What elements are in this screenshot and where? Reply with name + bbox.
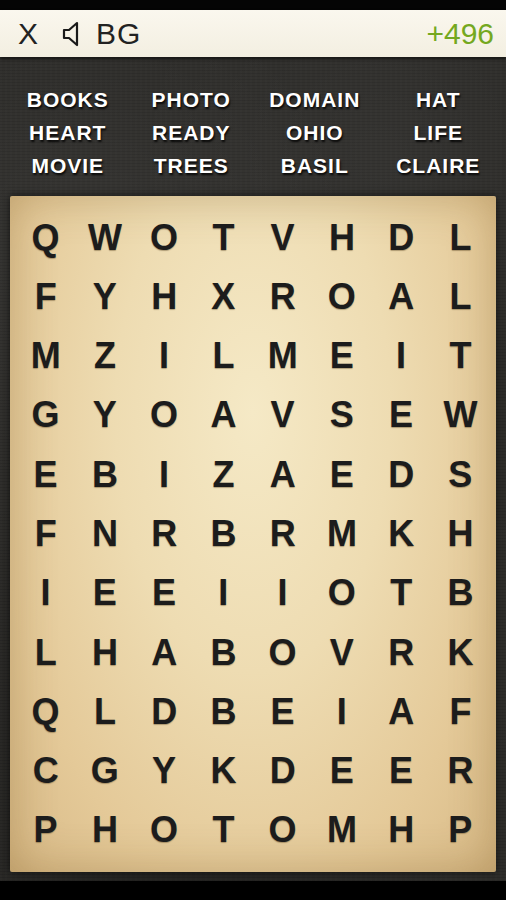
grid-cell-r4c7[interactable]: E (372, 386, 431, 445)
word-domain: DOMAIN (269, 88, 360, 112)
grid-cell-r8c3[interactable]: A (135, 623, 194, 682)
app-screen: X BG +496 BOOKSPHOTODOMAINHATHEARTREADYO… (0, 0, 506, 900)
grid-cell-r1c6[interactable]: H (312, 208, 371, 267)
grid-cell-r1c5[interactable]: V (253, 208, 312, 267)
grid-cell-r8c2[interactable]: H (75, 623, 134, 682)
close-button[interactable]: X (12, 17, 44, 51)
grid-cell-r9c3[interactable]: D (135, 682, 194, 741)
game-stage: BOOKSPHOTODOMAINHATHEARTREADYOHIOLIFEMOV… (0, 57, 506, 881)
grid-cell-r9c2[interactable]: L (75, 682, 134, 741)
grid-cell-r7c4[interactable]: I (194, 564, 253, 623)
grid-cell-r11c3[interactable]: O (135, 801, 194, 860)
grid-cell-r6c5[interactable]: R (253, 504, 312, 563)
grid-cell-r5c1[interactable]: E (16, 445, 75, 504)
grid-cell-r6c2[interactable]: N (75, 504, 134, 563)
grid-cell-r3c3[interactable]: I (135, 327, 194, 386)
grid-cell-r1c4[interactable]: T (194, 208, 253, 267)
grid-cell-r9c6[interactable]: I (312, 682, 371, 741)
grid-cell-r3c6[interactable]: E (312, 327, 371, 386)
grid-cell-r4c3[interactable]: O (135, 386, 194, 445)
status-bar (0, 0, 506, 10)
grid-cell-r10c4[interactable]: K (194, 741, 253, 800)
grid-cell-r4c2[interactable]: Y (75, 386, 134, 445)
grid-cell-r4c8[interactable]: W (431, 386, 490, 445)
grid-cell-r6c1[interactable]: F (16, 504, 75, 563)
grid-cell-r7c8[interactable]: B (431, 564, 490, 623)
grid-cell-r4c1[interactable]: G (16, 386, 75, 445)
grid-cell-r10c7[interactable]: E (372, 741, 431, 800)
score-badge: +496 (426, 17, 494, 51)
grid-cell-r8c7[interactable]: R (372, 623, 431, 682)
grid-cell-r5c5[interactable]: A (253, 445, 312, 504)
grid-cell-r2c6[interactable]: O (312, 267, 371, 326)
grid-cell-r10c3[interactable]: Y (135, 741, 194, 800)
grid-cell-r6c4[interactable]: B (194, 504, 253, 563)
grid-cell-r7c2[interactable]: E (75, 564, 134, 623)
grid-cell-r5c4[interactable]: Z (194, 445, 253, 504)
grid-cell-r5c8[interactable]: S (431, 445, 490, 504)
speaker-icon[interactable] (54, 18, 86, 50)
bottom-nav-bar (0, 881, 506, 900)
grid-cell-r2c1[interactable]: F (16, 267, 75, 326)
grid-cell-r7c3[interactable]: E (135, 564, 194, 623)
word-hat: HAT (416, 88, 461, 112)
grid-cell-r8c4[interactable]: B (194, 623, 253, 682)
grid-cell-r5c7[interactable]: D (372, 445, 431, 504)
grid-cell-r3c1[interactable]: M (16, 327, 75, 386)
grid-cell-r3c8[interactable]: T (431, 327, 490, 386)
grid-cell-r10c2[interactable]: G (75, 741, 134, 800)
word-heart: HEART (29, 121, 106, 145)
grid-cell-r5c2[interactable]: B (75, 445, 134, 504)
grid-cell-r9c1[interactable]: Q (16, 682, 75, 741)
grid-cell-r1c7[interactable]: D (372, 208, 431, 267)
grid-cell-r3c5[interactable]: M (253, 327, 312, 386)
grid-cell-r7c5[interactable]: I (253, 564, 312, 623)
grid-cell-r9c5[interactable]: E (253, 682, 312, 741)
top-bar: X BG +496 (0, 10, 506, 57)
grid-cell-r7c6[interactable]: O (312, 564, 371, 623)
grid-cell-r7c1[interactable]: I (16, 564, 75, 623)
title-label: BG (96, 17, 141, 51)
grid-cell-r8c5[interactable]: O (253, 623, 312, 682)
grid-cell-r10c8[interactable]: R (431, 741, 490, 800)
letter-grid: QWOTVHDLFYHXROALMZILMEITGYOAVSEWEBIZAEDS… (10, 196, 496, 872)
grid-cell-r11c6[interactable]: M (312, 801, 371, 860)
grid-cell-r6c3[interactable]: R (135, 504, 194, 563)
grid-cell-r11c4[interactable]: T (194, 801, 253, 860)
grid-cell-r6c6[interactable]: M (312, 504, 371, 563)
grid-cell-r3c4[interactable]: L (194, 327, 253, 386)
grid-cell-r10c1[interactable]: C (16, 741, 75, 800)
grid-cell-r9c8[interactable]: F (431, 682, 490, 741)
grid-cell-r11c7[interactable]: H (372, 801, 431, 860)
grid-cell-r3c2[interactable]: Z (75, 327, 134, 386)
grid-cell-r5c6[interactable]: E (312, 445, 371, 504)
grid-cell-r8c8[interactable]: K (431, 623, 490, 682)
grid-cell-r4c4[interactable]: A (194, 386, 253, 445)
word-ohio: OHIO (286, 121, 344, 145)
grid-cell-r10c5[interactable]: D (253, 741, 312, 800)
word-life: LIFE (414, 121, 464, 145)
grid-cell-r11c2[interactable]: H (75, 801, 134, 860)
grid-cell-r5c3[interactable]: I (135, 445, 194, 504)
grid-cell-r9c7[interactable]: A (372, 682, 431, 741)
grid-cell-r2c5[interactable]: R (253, 267, 312, 326)
grid-cell-r8c6[interactable]: V (312, 623, 371, 682)
grid-cell-r11c1[interactable]: P (16, 801, 75, 860)
grid-cell-r1c3[interactable]: O (135, 208, 194, 267)
word-ready: READY (152, 121, 231, 145)
grid-cell-r4c6[interactable]: S (312, 386, 371, 445)
grid-cell-r2c7[interactable]: A (372, 267, 431, 326)
grid-cell-r2c2[interactable]: Y (75, 267, 134, 326)
word-photo: PHOTO (152, 88, 231, 112)
word-list: BOOKSPHOTODOMAINHATHEARTREADYOHIOLIFEMOV… (0, 57, 506, 196)
grid-cell-r6c8[interactable]: H (431, 504, 490, 563)
grid-cell-r4c5[interactable]: V (253, 386, 312, 445)
grid-cell-r2c3[interactable]: H (135, 267, 194, 326)
grid-cell-r9c4[interactable]: B (194, 682, 253, 741)
word-books: BOOKS (27, 88, 109, 112)
grid-cell-r11c5[interactable]: O (253, 801, 312, 860)
word-trees: TREES (154, 154, 229, 178)
word-claire: CLAIRE (396, 154, 480, 178)
grid-cell-r1c2[interactable]: W (75, 208, 134, 267)
grid-cell-r2c8[interactable]: L (431, 267, 490, 326)
grid-cell-r1c8[interactable]: L (431, 208, 490, 267)
grid-cell-r7c7[interactable]: T (372, 564, 431, 623)
word-movie: MOVIE (31, 154, 104, 178)
word-basil: BASIL (281, 154, 349, 178)
grid-cell-r3c7[interactable]: I (372, 327, 431, 386)
grid-cell-r1c1[interactable]: Q (16, 208, 75, 267)
grid-cell-r10c6[interactable]: E (312, 741, 371, 800)
grid-cell-r8c1[interactable]: L (16, 623, 75, 682)
grid-cell-r11c8[interactable]: P (431, 801, 490, 860)
grid-cell-r6c7[interactable]: K (372, 504, 431, 563)
grid-cell-r2c4[interactable]: X (194, 267, 253, 326)
